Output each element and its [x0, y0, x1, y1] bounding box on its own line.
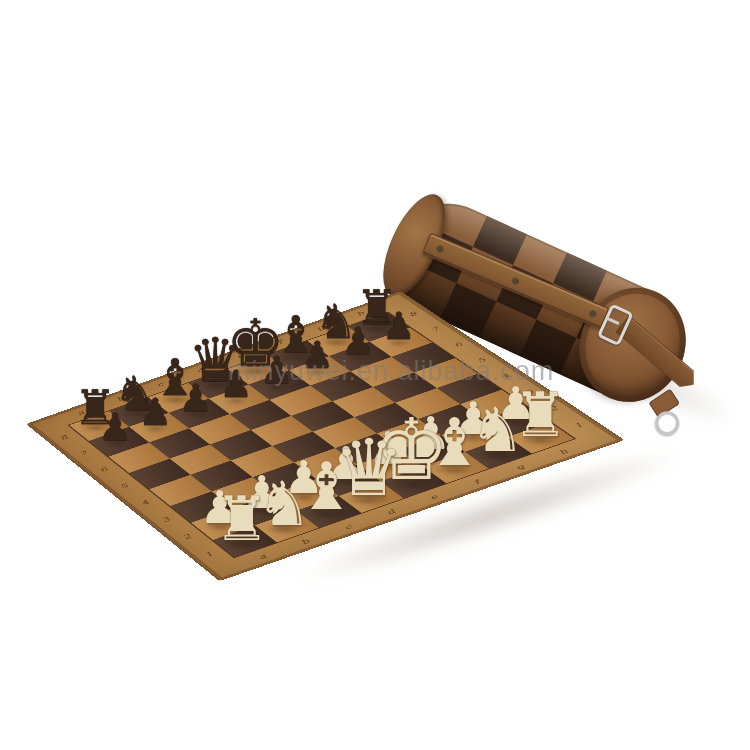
chess-set-product-photo: abcdefgh abcdefgh 87654321 87654321 ♜♞♝♛…: [0, 0, 750, 750]
watermark: minyuwei.en.alibaba.com: [228, 356, 554, 387]
